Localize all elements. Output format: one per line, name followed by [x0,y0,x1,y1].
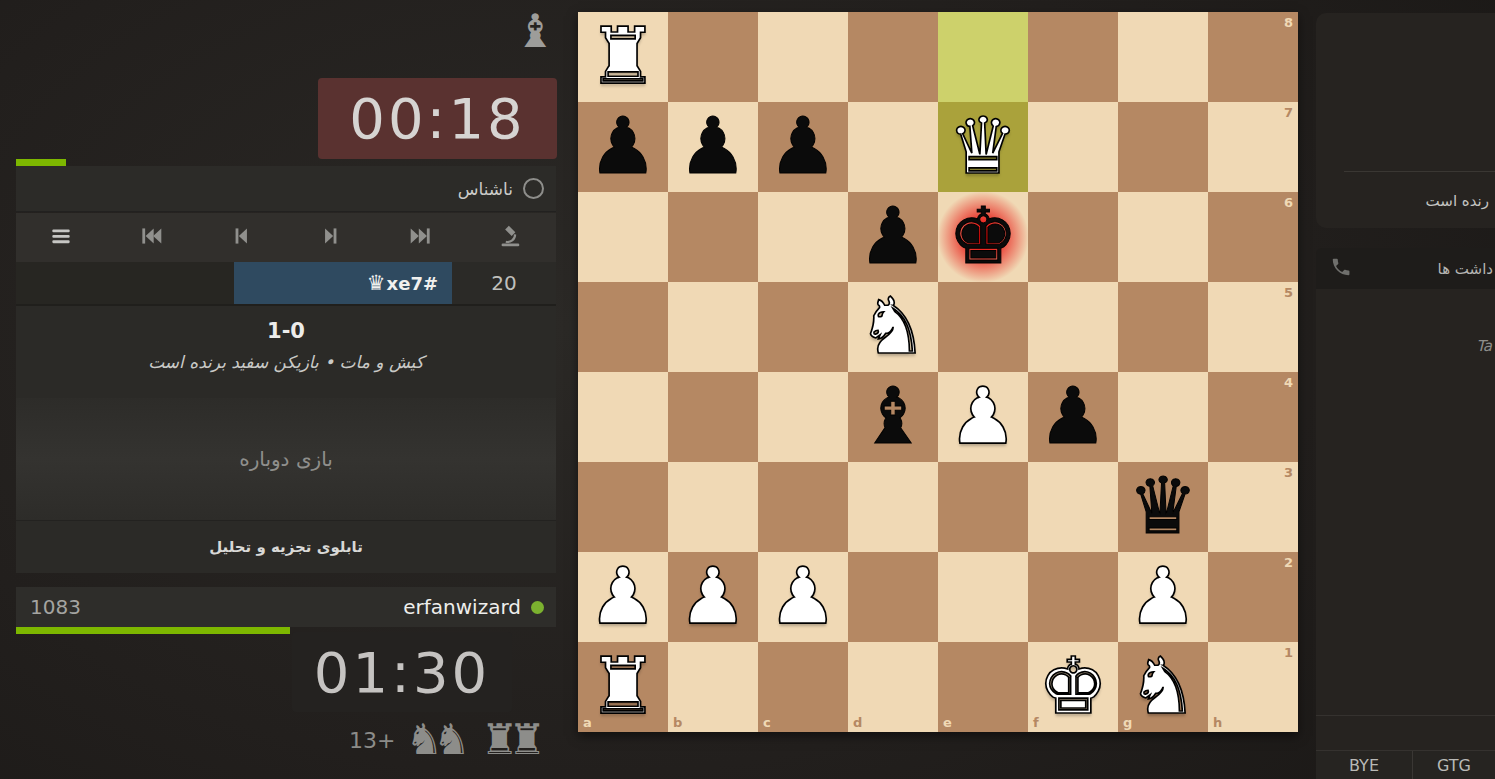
opponent-time-bar [16,159,66,166]
next-move-button[interactable] [286,213,376,262]
player-name[interactable]: erfanwizard [403,595,521,619]
black-queen-g3: ♛ [1118,462,1208,552]
rank-label-7: 7 [1284,105,1293,120]
rematch-button-label: بازی دوباره [239,447,333,471]
file-label-g: g [1123,715,1132,730]
square-d2[interactable] [848,552,938,642]
skip-to-end-icon [408,223,434,253]
move-number: 20 [452,262,556,304]
chat-message: رنده است [1426,192,1489,210]
chat-panel: رنده است [1316,13,1495,228]
square-f1[interactable]: ♚f [1028,642,1118,732]
white-knight-d5: ♞ [848,282,938,372]
queen-move-icon: ♛ [367,271,386,295]
black-pawn-c7: ♟ [758,102,848,192]
rank-label-2: 2 [1284,555,1293,570]
game-result-block: 1-0 کیش و مات • بازیکن سفید برنده است [16,306,556,398]
square-b1[interactable]: b [668,642,758,732]
captured-group-0: ♞♞ [406,715,471,764]
black-move-cell[interactable] [16,262,234,304]
rank-label-4: 4 [1284,375,1293,390]
square-h7[interactable]: 7 [1208,102,1298,192]
file-label-d: d [853,715,862,730]
square-h6[interactable]: 6 [1208,192,1298,282]
square-c3[interactable] [758,462,848,552]
square-a1[interactable]: ♜a [578,642,668,732]
file-label-a: a [583,715,592,730]
game-screen: ♝ 00:18 ناشناس [0,0,1495,779]
square-b3[interactable] [668,462,758,552]
move-san-text: xe7# [387,273,438,294]
square-e2[interactable] [938,552,1028,642]
opponent-clock-time: 00:18 [349,86,525,151]
player-time-bar [16,627,290,634]
black-bishop-d4: ♝ [848,372,938,462]
square-f8[interactable] [1028,12,1118,102]
notes-divider [1316,715,1495,716]
white-pawn-g2: ♟ [1118,552,1208,642]
result-score: 1-0 [16,319,556,343]
square-d5[interactable]: ♞ [848,282,938,372]
opponent-name: ناشناس [458,179,513,199]
first-move-button[interactable] [106,213,196,262]
square-c4[interactable] [758,372,848,462]
square-g3[interactable]: ♛ [1118,462,1208,552]
white-pawn-e4: ♟ [938,372,1028,462]
square-a8[interactable]: ♜ [578,12,668,102]
file-label-e: e [943,715,952,730]
rank-label-3: 3 [1284,465,1293,480]
square-a6[interactable] [578,192,668,282]
square-b7[interactable]: ♟ [668,102,758,192]
preset-button-gtg[interactable]: GTG [1413,751,1495,779]
phone-icon [1330,256,1352,282]
analysis-button[interactable] [466,213,556,262]
file-label-h: h [1213,715,1222,730]
square-d3[interactable] [848,462,938,552]
square-f2[interactable] [1028,552,1118,642]
square-g5[interactable] [1118,282,1208,372]
square-b6[interactable] [668,192,758,282]
black-pawn-d6: ♟ [848,192,938,282]
square-e7[interactable]: ♛ [938,102,1028,192]
square-f5[interactable] [1028,282,1118,372]
move-navigation-toolbar [16,213,556,262]
square-a7[interactable]: ♟ [578,102,668,192]
rank-label-5: 5 [1284,285,1293,300]
rematch-button[interactable]: بازی دوباره [16,398,556,521]
step-forward-icon [318,223,344,253]
microscope-icon [498,223,524,253]
square-c8[interactable] [758,12,848,102]
white-pawn-a2: ♟ [578,552,668,642]
square-c6[interactable] [758,192,848,282]
white-pawn-b2: ♟ [668,552,758,642]
square-g1[interactable]: ♞g [1118,642,1208,732]
square-b4[interactable] [668,372,758,462]
online-status-dot [531,601,544,614]
player-row: 1083 erfanwizard [16,587,556,627]
player-clock: 01:30 [292,632,512,712]
square-e8[interactable] [938,12,1028,102]
square-f7[interactable] [1028,102,1118,192]
square-f6[interactable] [1028,192,1118,282]
step-back-icon [228,223,254,253]
hamburger-icon [48,223,74,253]
file-label-b: b [673,715,682,730]
game-side-panel: ♝ 00:18 ناشناس [16,0,556,779]
square-c5[interactable] [758,282,848,372]
anonymous-user-icon [523,178,544,199]
square-f3[interactable] [1028,462,1118,552]
player-captured-pieces: 13+ ♞♞♜♜ [16,714,546,766]
square-e6[interactable]: ♚ [938,192,1028,282]
square-e4[interactable]: ♟ [938,372,1028,462]
player-rating: 1083 [30,595,81,619]
player-clock-time: 01:30 [314,640,490,705]
white-queen-e7: ♛ [938,102,1028,192]
opponent-captured-bishop-icon: ♝ [515,8,556,54]
square-e3[interactable] [938,462,1028,552]
black-king-e6: ♚ [938,192,1028,282]
chat-preset-row: BYE GTG [1316,750,1495,779]
opponent-row: ناشناس [16,166,556,212]
captured-group-1: ♜♜ [481,715,546,764]
square-g4[interactable] [1118,372,1208,462]
square-h1[interactable]: 1h [1208,642,1298,732]
square-g8[interactable] [1118,12,1208,102]
captured-piece-glyphs: ♞♞♜♜ [406,719,546,761]
square-a2[interactable]: ♟ [578,552,668,642]
square-f4[interactable]: ♟ [1028,372,1118,462]
rank-label-1: 1 [1284,645,1293,660]
square-g2[interactable]: ♟ [1118,552,1208,642]
square-d6[interactable]: ♟ [848,192,938,282]
square-b8[interactable] [668,12,758,102]
current-move-cell[interactable]: ♛ xe7# [234,262,452,304]
black-pawn-b7: ♟ [668,102,758,192]
notes-tab-header[interactable]: داشت ها [1316,248,1495,289]
menu-button[interactable] [16,213,106,262]
square-d1[interactable]: d [848,642,938,732]
square-h4[interactable]: 4 [1208,372,1298,462]
square-b5[interactable] [668,282,758,372]
black-pawn-f4: ♟ [1028,372,1118,462]
square-g6[interactable] [1118,192,1208,282]
square-h5[interactable]: 5 [1208,282,1298,372]
square-a4[interactable] [578,372,668,462]
square-h3[interactable]: 3 [1208,462,1298,552]
analysis-board-label: تابلوی تجزیه و تحلیل [209,538,363,556]
white-rook-a1: ♜ [578,642,668,732]
black-pawn-a7: ♟ [578,102,668,192]
last-move-button[interactable] [376,213,466,262]
square-d8[interactable] [848,12,938,102]
rank-label-6: 6 [1284,195,1293,210]
preset-button-bye[interactable]: BYE [1316,751,1413,779]
white-knight-g1: ♞ [1118,642,1208,732]
white-rook-a8: ♜ [578,12,668,102]
previous-move-button[interactable] [196,213,286,262]
square-e1[interactable]: e [938,642,1028,732]
notes-text-fragment: Ta [1476,337,1492,355]
square-h8[interactable]: 8 [1208,12,1298,102]
white-pawn-c2: ♟ [758,552,848,642]
square-h2[interactable]: 2 [1208,552,1298,642]
result-description: کیش و مات • بازیکن سفید برنده است [16,352,556,372]
analysis-board-button[interactable]: تابلوی تجزیه و تحلیل [16,521,556,573]
opponent-clock: 00:18 [318,78,557,159]
rank-label-8: 8 [1284,15,1293,30]
material-advantage: 13+ [349,728,395,753]
notes-panel-body[interactable]: Ta [1316,289,1495,750]
square-d4[interactable]: ♝ [848,372,938,462]
file-label-c: c [763,715,771,730]
square-c1[interactable]: c [758,642,848,732]
square-a3[interactable] [578,462,668,552]
notes-tab-label: داشت ها [1438,260,1493,278]
skip-to-start-icon [138,223,164,253]
square-b2[interactable]: ♟ [668,552,758,642]
square-c2[interactable]: ♟ [758,552,848,642]
file-label-f: f [1033,715,1039,730]
square-d7[interactable] [848,102,938,192]
chat-divider [1344,171,1495,172]
square-a5[interactable] [578,282,668,372]
white-king-f1: ♚ [1028,642,1118,732]
chess-board: ♜8♟♟♟♛7♟♚6♞5♝♟♟4♛3♟♟♟♟2♜abcde♚f♞g1h [578,12,1298,732]
square-g7[interactable] [1118,102,1208,192]
move-list-row: ♛ xe7# 20 [16,262,556,306]
square-c7[interactable]: ♟ [758,102,848,192]
square-e5[interactable] [938,282,1028,372]
